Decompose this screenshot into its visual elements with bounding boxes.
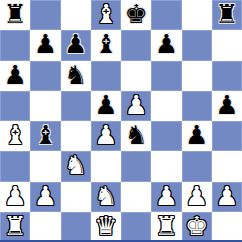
square-f6[interactable]	[151, 61, 181, 91]
square-c2[interactable]	[61, 182, 91, 212]
piece-black-king: ♚	[124, 1, 147, 27]
piece-white-rook: ♜	[155, 213, 178, 239]
square-d8[interactable]: ♝	[91, 0, 121, 30]
piece-black-bishop: ♝	[34, 122, 57, 148]
square-b2[interactable]: ♟	[30, 182, 60, 212]
square-d2[interactable]: ♞	[91, 182, 121, 212]
piece-black-bishop: ♝	[94, 31, 117, 57]
square-c8[interactable]	[61, 0, 91, 30]
piece-white-pawn: ♟	[124, 92, 147, 118]
square-f8[interactable]	[151, 0, 181, 30]
piece-black-knight: ♞	[64, 62, 87, 88]
square-e3[interactable]	[121, 151, 151, 181]
square-b8[interactable]	[30, 0, 60, 30]
square-b7[interactable]: ♟	[30, 30, 60, 60]
square-g6[interactable]	[182, 61, 212, 91]
square-a5[interactable]	[0, 91, 30, 121]
square-g4[interactable]: ♟	[182, 121, 212, 151]
square-g7[interactable]	[182, 30, 212, 60]
square-c5[interactable]	[61, 91, 91, 121]
square-a2[interactable]: ♟	[0, 182, 30, 212]
square-d3[interactable]	[91, 151, 121, 181]
square-a1[interactable]: ♜	[0, 212, 30, 242]
piece-white-pawn: ♟	[155, 183, 178, 209]
square-h1[interactable]	[212, 212, 242, 242]
square-d1[interactable]: ♛	[91, 212, 121, 242]
piece-black-rook: ♜	[215, 1, 238, 27]
chess-board: ♜♝♚♜♟♟♝♟♟♞♟♟♟♝♝♟♞♟♞♟♟♞♟♟♟♜♛♜♚	[0, 0, 242, 242]
square-g3[interactable]	[182, 151, 212, 181]
square-f1[interactable]: ♜	[151, 212, 181, 242]
square-h6[interactable]	[212, 61, 242, 91]
square-h5[interactable]: ♟	[212, 91, 242, 121]
square-g8[interactable]	[182, 0, 212, 30]
square-e7[interactable]	[121, 30, 151, 60]
square-f2[interactable]: ♟	[151, 182, 181, 212]
piece-black-knight: ♞	[124, 122, 147, 148]
piece-white-pawn: ♟	[185, 183, 208, 209]
square-c4[interactable]	[61, 121, 91, 151]
square-d7[interactable]: ♝	[91, 30, 121, 60]
piece-black-pawn: ♟	[185, 122, 208, 148]
square-e5[interactable]: ♟	[121, 91, 151, 121]
square-a6[interactable]: ♟	[0, 61, 30, 91]
piece-white-pawn: ♟	[34, 183, 57, 209]
piece-white-king: ♚	[185, 213, 208, 239]
piece-black-pawn: ♟	[155, 31, 178, 57]
square-h8[interactable]: ♜	[212, 0, 242, 30]
square-h4[interactable]	[212, 121, 242, 151]
square-a3[interactable]	[0, 151, 30, 181]
square-a8[interactable]: ♜	[0, 0, 30, 30]
square-h2[interactable]: ♟	[212, 182, 242, 212]
piece-black-pawn: ♟	[94, 92, 117, 118]
square-a7[interactable]	[0, 30, 30, 60]
square-c6[interactable]: ♞	[61, 61, 91, 91]
piece-white-bishop: ♝	[3, 122, 26, 148]
square-d5[interactable]: ♟	[91, 91, 121, 121]
square-f3[interactable]	[151, 151, 181, 181]
square-e1[interactable]	[121, 212, 151, 242]
piece-black-pawn: ♟	[34, 31, 57, 57]
piece-white-pawn: ♟	[215, 183, 238, 209]
square-e8[interactable]: ♚	[121, 0, 151, 30]
square-h7[interactable]	[212, 30, 242, 60]
square-f7[interactable]: ♟	[151, 30, 181, 60]
square-a4[interactable]: ♝	[0, 121, 30, 151]
square-b6[interactable]	[30, 61, 60, 91]
square-b4[interactable]: ♝	[30, 121, 60, 151]
square-f4[interactable]	[151, 121, 181, 151]
square-c3[interactable]: ♞	[61, 151, 91, 181]
square-c1[interactable]	[61, 212, 91, 242]
square-d4[interactable]: ♟	[91, 121, 121, 151]
square-g5[interactable]	[182, 91, 212, 121]
piece-white-queen: ♛	[94, 213, 117, 239]
piece-white-pawn: ♟	[94, 122, 117, 148]
piece-white-rook: ♜	[3, 213, 26, 239]
square-c7[interactable]: ♟	[61, 30, 91, 60]
square-h3[interactable]	[212, 151, 242, 181]
square-g1[interactable]: ♚	[182, 212, 212, 242]
piece-white-bishop: ♝	[94, 1, 117, 27]
square-b3[interactable]	[30, 151, 60, 181]
square-b1[interactable]	[30, 212, 60, 242]
square-b5[interactable]	[30, 91, 60, 121]
square-d6[interactable]	[91, 61, 121, 91]
square-f5[interactable]	[151, 91, 181, 121]
square-e6[interactable]	[121, 61, 151, 91]
piece-black-rook: ♜	[3, 1, 26, 27]
piece-black-pawn: ♟	[64, 31, 87, 57]
piece-white-pawn: ♟	[3, 183, 26, 209]
square-e2[interactable]	[121, 182, 151, 212]
piece-black-pawn: ♟	[215, 92, 238, 118]
piece-black-pawn: ♟	[3, 62, 26, 88]
square-g2[interactable]: ♟	[182, 182, 212, 212]
chess-board-container: ♜♝♚♜♟♟♝♟♟♞♟♟♟♝♝♟♞♟♞♟♟♞♟♟♟♜♛♜♚	[0, 0, 242, 242]
square-e4[interactable]: ♞	[121, 121, 151, 151]
piece-white-knight: ♞	[94, 183, 117, 209]
piece-white-knight: ♞	[64, 152, 87, 178]
